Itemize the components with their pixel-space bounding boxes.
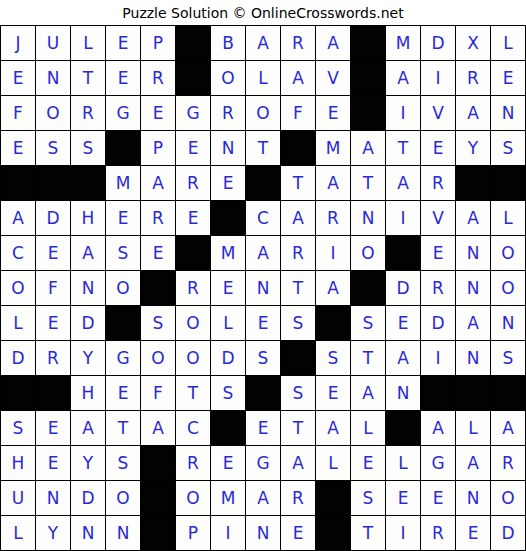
- letter-cell-r9c1: L: [1, 306, 35, 340]
- letter-cell-r13c13: G: [421, 446, 455, 480]
- letter-cell-r4c13: E: [421, 131, 455, 165]
- black-cell-r9c10: [316, 306, 350, 340]
- letter-cell-r7c3: A: [71, 236, 105, 270]
- black-cell-r2c11: [351, 61, 385, 95]
- letter-cell-r13c11: E: [351, 446, 385, 480]
- letter-cell-r5c11: T: [351, 166, 385, 200]
- letter-cell-r10c5: O: [141, 341, 175, 375]
- letter-cell-r8c2: F: [36, 271, 70, 305]
- black-cell-r15c10: [316, 516, 350, 550]
- letter-cell-r5c6: R: [176, 166, 210, 200]
- black-cell-r8c11: [351, 271, 385, 305]
- letter-cell-r1c14: X: [456, 26, 490, 60]
- letter-cell-r1c9: R: [281, 26, 315, 60]
- letter-cell-r15c15: D: [491, 516, 525, 550]
- black-cell-r5c1: [1, 166, 35, 200]
- letter-cell-r9c15: N: [491, 306, 525, 340]
- letter-cell-r9c12: E: [386, 306, 420, 340]
- letter-cell-r12c9: T: [281, 411, 315, 445]
- crossword-grid: JULEPBARAMDXLENTEROLAVAIREFORGEGROFEIVAN…: [0, 25, 526, 551]
- letter-cell-r9c8: E: [246, 306, 280, 340]
- letter-cell-r4c12: T: [386, 131, 420, 165]
- letter-cell-r4c5: P: [141, 131, 175, 165]
- letter-cell-r12c5: A: [141, 411, 175, 445]
- letter-cell-r4c3: S: [71, 131, 105, 165]
- letter-cell-r6c8: C: [246, 201, 280, 235]
- letter-cell-r1c15: L: [491, 26, 525, 60]
- letter-cell-r6c9: A: [281, 201, 315, 235]
- letter-cell-r13c9: A: [281, 446, 315, 480]
- letter-cell-r12c11: L: [351, 411, 385, 445]
- letter-cell-r13c8: G: [246, 446, 280, 480]
- letter-cell-r3c10: E: [316, 96, 350, 130]
- black-cell-r10c9: [281, 341, 315, 375]
- letter-cell-r8c7: E: [211, 271, 245, 305]
- letter-cell-r2c3: T: [71, 61, 105, 95]
- letter-cell-r14c15: O: [491, 481, 525, 515]
- letter-cell-r10c6: O: [176, 341, 210, 375]
- letter-cell-r1c7: B: [211, 26, 245, 60]
- letter-cell-r10c11: T: [351, 341, 385, 375]
- black-cell-r14c10: [316, 481, 350, 515]
- letter-cell-r11c6: T: [176, 376, 210, 410]
- black-cell-r14c5: [141, 481, 175, 515]
- letter-cell-r3c5: E: [141, 96, 175, 130]
- letter-cell-r14c2: N: [36, 481, 70, 515]
- black-cell-r11c13: [421, 376, 455, 410]
- letter-cell-r2c7: O: [211, 61, 245, 95]
- letter-cell-r15c2: Y: [36, 516, 70, 550]
- letter-cell-r10c2: R: [36, 341, 70, 375]
- black-cell-r12c7: [211, 411, 245, 445]
- letter-cell-r5c9: T: [281, 166, 315, 200]
- letter-cell-r3c14: A: [456, 96, 490, 130]
- letter-cell-r5c12: A: [386, 166, 420, 200]
- black-cell-r1c11: [351, 26, 385, 60]
- letter-cell-r5c5: A: [141, 166, 175, 200]
- letter-cell-r13c7: E: [211, 446, 245, 480]
- letter-cell-r8c6: R: [176, 271, 210, 305]
- letter-cell-r13c4: S: [106, 446, 140, 480]
- letter-cell-r14c3: D: [71, 481, 105, 515]
- letter-cell-r1c12: M: [386, 26, 420, 60]
- letter-cell-r15c7: I: [211, 516, 245, 550]
- letter-cell-r7c1: C: [1, 236, 35, 270]
- letter-cell-r15c11: T: [351, 516, 385, 550]
- black-cell-r5c8: [246, 166, 280, 200]
- letter-cell-r9c14: A: [456, 306, 490, 340]
- letter-cell-r3c12: I: [386, 96, 420, 130]
- black-cell-r12c12: [386, 411, 420, 445]
- letter-cell-r4c2: S: [36, 131, 70, 165]
- letter-cell-r2c5: R: [141, 61, 175, 95]
- letter-cell-r11c9: S: [281, 376, 315, 410]
- letter-cell-r7c11: O: [351, 236, 385, 270]
- letter-cell-r7c15: O: [491, 236, 525, 270]
- black-cell-r5c2: [36, 166, 70, 200]
- letter-cell-r10c3: Y: [71, 341, 105, 375]
- letter-cell-r13c14: A: [456, 446, 490, 480]
- letter-cell-r12c13: A: [421, 411, 455, 445]
- letter-cell-r2c1: E: [1, 61, 35, 95]
- letter-cell-r6c2: D: [36, 201, 70, 235]
- letter-cell-r13c15: R: [491, 446, 525, 480]
- letter-cell-r14c14: N: [456, 481, 490, 515]
- letter-cell-r11c4: E: [106, 376, 140, 410]
- letter-cell-r9c6: O: [176, 306, 210, 340]
- letter-cell-r11c3: H: [71, 376, 105, 410]
- letter-cell-r10c15: S: [491, 341, 525, 375]
- letter-cell-r10c10: S: [316, 341, 350, 375]
- letter-cell-r8c8: N: [246, 271, 280, 305]
- black-cell-r5c14: [456, 166, 490, 200]
- letter-cell-r1c13: D: [421, 26, 455, 60]
- letter-cell-r1c5: P: [141, 26, 175, 60]
- letter-cell-r12c14: L: [456, 411, 490, 445]
- letter-cell-r15c14: E: [456, 516, 490, 550]
- letter-cell-r4c1: E: [1, 131, 35, 165]
- letter-cell-r8c3: N: [71, 271, 105, 305]
- black-cell-r9c4: [106, 306, 140, 340]
- letter-cell-r12c6: C: [176, 411, 210, 445]
- letter-cell-r2c8: L: [246, 61, 280, 95]
- letter-cell-r11c11: A: [351, 376, 385, 410]
- letter-cell-r6c11: N: [351, 201, 385, 235]
- letter-cell-r11c5: F: [141, 376, 175, 410]
- letter-cell-r12c8: E: [246, 411, 280, 445]
- letter-cell-r7c7: M: [211, 236, 245, 270]
- letter-cell-r15c13: R: [421, 516, 455, 550]
- letter-cell-r3c3: R: [71, 96, 105, 130]
- letter-cell-r6c15: L: [491, 201, 525, 235]
- black-cell-r8c5: [141, 271, 175, 305]
- letter-cell-r1c3: L: [71, 26, 105, 60]
- black-cell-r2c6: [176, 61, 210, 95]
- letter-cell-r1c8: A: [246, 26, 280, 60]
- letter-cell-r10c12: A: [386, 341, 420, 375]
- letter-cell-r6c13: V: [421, 201, 455, 235]
- black-cell-r6c7: [211, 201, 245, 235]
- letter-cell-r3c8: O: [246, 96, 280, 130]
- letter-cell-r8c12: D: [386, 271, 420, 305]
- letter-cell-r15c9: E: [281, 516, 315, 550]
- letter-cell-r14c7: M: [211, 481, 245, 515]
- letter-cell-r9c13: D: [421, 306, 455, 340]
- letter-cell-r3c6: G: [176, 96, 210, 130]
- letter-cell-r8c14: N: [456, 271, 490, 305]
- puzzle-page: Puzzle Solution © OnlineCrosswords.net J…: [0, 0, 526, 551]
- letter-cell-r8c9: T: [281, 271, 315, 305]
- letter-cell-r11c7: S: [211, 376, 245, 410]
- black-cell-r11c14: [456, 376, 490, 410]
- black-cell-r7c6: [176, 236, 210, 270]
- letter-cell-r4c8: T: [246, 131, 280, 165]
- letter-cell-r3c7: R: [211, 96, 245, 130]
- letter-cell-r3c9: F: [281, 96, 315, 130]
- letter-cell-r8c13: R: [421, 271, 455, 305]
- letter-cell-r9c11: S: [351, 306, 385, 340]
- letter-cell-r12c2: E: [36, 411, 70, 445]
- letter-cell-r14c6: O: [176, 481, 210, 515]
- letter-cell-r10c14: N: [456, 341, 490, 375]
- letter-cell-r12c15: A: [491, 411, 525, 445]
- letter-cell-r1c4: E: [106, 26, 140, 60]
- letter-cell-r13c3: Y: [71, 446, 105, 480]
- letter-cell-r7c14: N: [456, 236, 490, 270]
- letter-cell-r11c10: E: [316, 376, 350, 410]
- letter-cell-r13c1: H: [1, 446, 35, 480]
- letter-cell-r5c7: E: [211, 166, 245, 200]
- letter-cell-r12c10: A: [316, 411, 350, 445]
- letter-cell-r2c14: R: [456, 61, 490, 95]
- letter-cell-r6c3: H: [71, 201, 105, 235]
- letter-cell-r2c10: V: [316, 61, 350, 95]
- letter-cell-r2c15: E: [491, 61, 525, 95]
- letter-cell-r15c6: P: [176, 516, 210, 550]
- black-cell-r11c15: [491, 376, 525, 410]
- black-cell-r11c2: [36, 376, 70, 410]
- letter-cell-r10c8: S: [246, 341, 280, 375]
- letter-cell-r7c9: R: [281, 236, 315, 270]
- letter-cell-r12c3: A: [71, 411, 105, 445]
- letter-cell-r10c1: D: [1, 341, 35, 375]
- black-cell-r3c11: [351, 96, 385, 130]
- letter-cell-r15c4: N: [106, 516, 140, 550]
- letter-cell-r6c12: I: [386, 201, 420, 235]
- letter-cell-r14c8: A: [246, 481, 280, 515]
- black-cell-r15c5: [141, 516, 175, 550]
- black-cell-r7c12: [386, 236, 420, 270]
- letter-cell-r10c4: G: [106, 341, 140, 375]
- letter-cell-r13c6: R: [176, 446, 210, 480]
- letter-cell-r6c1: A: [1, 201, 35, 235]
- letter-cell-r13c2: E: [36, 446, 70, 480]
- letter-cell-r7c2: E: [36, 236, 70, 270]
- letter-cell-r5c13: R: [421, 166, 455, 200]
- letter-cell-r3c4: G: [106, 96, 140, 130]
- letter-cell-r4c10: M: [316, 131, 350, 165]
- letter-cell-r4c11: A: [351, 131, 385, 165]
- letter-cell-r5c10: A: [316, 166, 350, 200]
- letter-cell-r6c4: E: [106, 201, 140, 235]
- black-cell-r4c9: [281, 131, 315, 165]
- letter-cell-r4c14: Y: [456, 131, 490, 165]
- letter-cell-r3c1: F: [1, 96, 35, 130]
- letter-cell-r2c13: I: [421, 61, 455, 95]
- letter-cell-r9c9: S: [281, 306, 315, 340]
- letter-cell-r12c1: S: [1, 411, 35, 445]
- letter-cell-r8c4: O: [106, 271, 140, 305]
- letter-cell-r14c1: U: [1, 481, 35, 515]
- letter-cell-r7c13: E: [421, 236, 455, 270]
- letter-cell-r7c5: E: [141, 236, 175, 270]
- letter-cell-r14c13: E: [421, 481, 455, 515]
- letter-cell-r2c4: E: [106, 61, 140, 95]
- letter-cell-r7c10: I: [316, 236, 350, 270]
- letter-cell-r7c8: A: [246, 236, 280, 270]
- letter-cell-r3c13: V: [421, 96, 455, 130]
- black-cell-r11c1: [1, 376, 35, 410]
- letter-cell-r2c9: A: [281, 61, 315, 95]
- letter-cell-r3c15: N: [491, 96, 525, 130]
- letter-cell-r2c2: N: [36, 61, 70, 95]
- black-cell-r13c5: [141, 446, 175, 480]
- black-cell-r4c4: [106, 131, 140, 165]
- letter-cell-r1c1: J: [1, 26, 35, 60]
- letter-cell-r8c15: O: [491, 271, 525, 305]
- letter-cell-r8c1: O: [1, 271, 35, 305]
- letter-cell-r15c12: I: [386, 516, 420, 550]
- letter-cell-r6c5: R: [141, 201, 175, 235]
- letter-cell-r4c7: N: [211, 131, 245, 165]
- letter-cell-r10c7: D: [211, 341, 245, 375]
- letter-cell-r15c1: L: [1, 516, 35, 550]
- letter-cell-r9c7: L: [211, 306, 245, 340]
- letter-cell-r11c12: N: [386, 376, 420, 410]
- letter-cell-r3c2: O: [36, 96, 70, 130]
- letter-cell-r1c10: A: [316, 26, 350, 60]
- letter-cell-r1c2: U: [36, 26, 70, 60]
- letter-cell-r9c2: E: [36, 306, 70, 340]
- letter-cell-r6c10: R: [316, 201, 350, 235]
- letter-cell-r14c12: E: [386, 481, 420, 515]
- letter-cell-r9c5: S: [141, 306, 175, 340]
- black-cell-r5c3: [71, 166, 105, 200]
- letter-cell-r15c3: N: [71, 516, 105, 550]
- letter-cell-r2c12: A: [386, 61, 420, 95]
- puzzle-title: Puzzle Solution © OnlineCrosswords.net: [0, 0, 526, 25]
- letter-cell-r13c12: L: [386, 446, 420, 480]
- letter-cell-r7c4: S: [106, 236, 140, 270]
- letter-cell-r5c4: M: [106, 166, 140, 200]
- letter-cell-r6c14: A: [456, 201, 490, 235]
- letter-cell-r6c6: E: [176, 201, 210, 235]
- black-cell-r5c15: [491, 166, 525, 200]
- letter-cell-r9c3: D: [71, 306, 105, 340]
- letter-cell-r8c10: A: [316, 271, 350, 305]
- black-cell-r1c6: [176, 26, 210, 60]
- black-cell-r11c8: [246, 376, 280, 410]
- letter-cell-r12c4: T: [106, 411, 140, 445]
- letter-cell-r14c4: O: [106, 481, 140, 515]
- letter-cell-r13c10: L: [316, 446, 350, 480]
- letter-cell-r10c13: I: [421, 341, 455, 375]
- letter-cell-r15c8: N: [246, 516, 280, 550]
- letter-cell-r4c6: E: [176, 131, 210, 165]
- letter-cell-r14c9: R: [281, 481, 315, 515]
- letter-cell-r14c11: S: [351, 481, 385, 515]
- letter-cell-r4c15: S: [491, 131, 525, 165]
